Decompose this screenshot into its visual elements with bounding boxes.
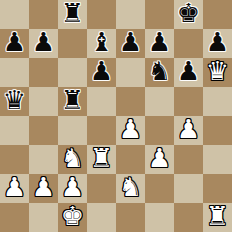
square-e2[interactable]: ♞ xyxy=(116,174,145,203)
square-g2[interactable] xyxy=(174,174,203,203)
square-e3[interactable] xyxy=(116,145,145,174)
piece-white-queen-h6[interactable]: ♛ xyxy=(206,57,229,86)
square-f2[interactable] xyxy=(145,174,174,203)
square-g5[interactable] xyxy=(174,87,203,116)
piece-white-pawn-e4[interactable]: ♟ xyxy=(119,115,142,144)
square-a5[interactable]: ♛ xyxy=(0,87,29,116)
piece-white-pawn-g4[interactable]: ♟ xyxy=(177,115,200,144)
piece-black-pawn-g6[interactable]: ♟ xyxy=(177,57,200,86)
square-d6[interactable]: ♟ xyxy=(87,58,116,87)
square-e6[interactable] xyxy=(116,58,145,87)
square-f7[interactable]: ♟ xyxy=(145,29,174,58)
square-d1[interactable] xyxy=(87,203,116,232)
square-c8[interactable]: ♜ xyxy=(58,0,87,29)
square-a1[interactable] xyxy=(0,203,29,232)
square-a3[interactable] xyxy=(0,145,29,174)
piece-white-pawn-c2[interactable]: ♟ xyxy=(61,173,84,202)
square-f1[interactable] xyxy=(145,203,174,232)
square-h4[interactable] xyxy=(203,116,232,145)
square-a8[interactable] xyxy=(0,0,29,29)
square-d4[interactable] xyxy=(87,116,116,145)
piece-black-pawn-a7[interactable]: ♟ xyxy=(3,28,26,57)
piece-white-rook-h1[interactable]: ♜ xyxy=(206,202,229,231)
square-a6[interactable] xyxy=(0,58,29,87)
piece-black-pawn-d6[interactable]: ♟ xyxy=(90,57,113,86)
square-d8[interactable] xyxy=(87,0,116,29)
piece-black-knight-f6[interactable]: ♞ xyxy=(148,57,171,86)
square-d2[interactable] xyxy=(87,174,116,203)
square-b4[interactable] xyxy=(29,116,58,145)
square-g1[interactable] xyxy=(174,203,203,232)
square-g7[interactable] xyxy=(174,29,203,58)
square-a7[interactable]: ♟ xyxy=(0,29,29,58)
piece-white-king-c1[interactable]: ♚ xyxy=(61,202,84,231)
square-h7[interactable]: ♟ xyxy=(203,29,232,58)
square-g8[interactable]: ♚ xyxy=(174,0,203,29)
piece-black-rook-c8[interactable]: ♜ xyxy=(61,0,84,28)
square-b5[interactable] xyxy=(29,87,58,116)
piece-black-pawn-h7[interactable]: ♟ xyxy=(206,28,229,57)
square-f8[interactable] xyxy=(145,0,174,29)
square-a4[interactable] xyxy=(0,116,29,145)
piece-white-pawn-b2[interactable]: ♟ xyxy=(32,173,55,202)
square-c6[interactable] xyxy=(58,58,87,87)
square-h3[interactable] xyxy=(203,145,232,174)
piece-black-bishop-d7[interactable]: ♝ xyxy=(90,28,113,57)
piece-black-queen-a5[interactable]: ♛ xyxy=(3,86,26,115)
square-e4[interactable]: ♟ xyxy=(116,116,145,145)
square-b8[interactable] xyxy=(29,0,58,29)
square-c3[interactable]: ♞ xyxy=(58,145,87,174)
square-h5[interactable] xyxy=(203,87,232,116)
square-g6[interactable]: ♟ xyxy=(174,58,203,87)
square-e5[interactable] xyxy=(116,87,145,116)
piece-white-pawn-a2[interactable]: ♟ xyxy=(3,173,26,202)
square-b7[interactable]: ♟ xyxy=(29,29,58,58)
square-h8[interactable] xyxy=(203,0,232,29)
square-h6[interactable]: ♛ xyxy=(203,58,232,87)
square-c1[interactable]: ♚ xyxy=(58,203,87,232)
piece-white-knight-e2[interactable]: ♞ xyxy=(119,173,142,202)
square-c4[interactable] xyxy=(58,116,87,145)
square-e8[interactable] xyxy=(116,0,145,29)
square-b1[interactable] xyxy=(29,203,58,232)
square-h2[interactable] xyxy=(203,174,232,203)
piece-black-pawn-f7[interactable]: ♟ xyxy=(148,28,171,57)
square-c5[interactable]: ♜ xyxy=(58,87,87,116)
square-f3[interactable]: ♟ xyxy=(145,145,174,174)
square-d5[interactable] xyxy=(87,87,116,116)
piece-black-pawn-b7[interactable]: ♟ xyxy=(32,28,55,57)
square-d3[interactable]: ♜ xyxy=(87,145,116,174)
piece-white-rook-d3[interactable]: ♜ xyxy=(90,144,113,173)
square-b6[interactable] xyxy=(29,58,58,87)
piece-black-king-g8[interactable]: ♚ xyxy=(177,0,200,28)
square-b2[interactable]: ♟ xyxy=(29,174,58,203)
piece-black-rook-c5[interactable]: ♜ xyxy=(61,86,84,115)
square-f5[interactable] xyxy=(145,87,174,116)
square-e7[interactable]: ♟ xyxy=(116,29,145,58)
square-g4[interactable]: ♟ xyxy=(174,116,203,145)
square-b3[interactable] xyxy=(29,145,58,174)
square-h1[interactable]: ♜ xyxy=(203,203,232,232)
square-f4[interactable] xyxy=(145,116,174,145)
square-e1[interactable] xyxy=(116,203,145,232)
chess-board: ♜♚♟♟♝♟♟♟♟♞♟♛♛♜♟♟♞♜♟♟♟♟♞♚♜ xyxy=(0,0,232,232)
square-g3[interactable] xyxy=(174,145,203,174)
square-c7[interactable] xyxy=(58,29,87,58)
square-d7[interactable]: ♝ xyxy=(87,29,116,58)
square-f6[interactable]: ♞ xyxy=(145,58,174,87)
square-c2[interactable]: ♟ xyxy=(58,174,87,203)
piece-black-pawn-e7[interactable]: ♟ xyxy=(119,28,142,57)
piece-white-knight-c3[interactable]: ♞ xyxy=(61,144,84,173)
piece-white-pawn-f3[interactable]: ♟ xyxy=(148,144,171,173)
square-a2[interactable]: ♟ xyxy=(0,174,29,203)
